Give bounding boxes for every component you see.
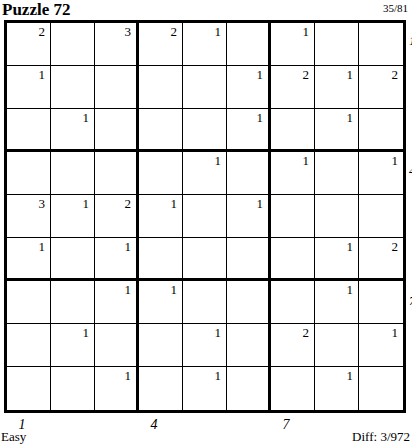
cell-r4c7[interactable]: 1 <box>271 152 315 195</box>
cell-r6c1[interactable]: 1 <box>7 238 51 281</box>
cell-r9c2[interactable] <box>51 367 95 410</box>
cell-r6c2[interactable] <box>51 238 95 281</box>
cell-r1c5[interactable]: 1 <box>183 23 227 66</box>
col-label-7: 7 <box>264 417 308 432</box>
cell-r5c1[interactable]: 3 <box>7 195 51 238</box>
cell-r3c1[interactable] <box>7 109 51 152</box>
cell-r8c3[interactable] <box>95 324 139 367</box>
cell-r7c9[interactable] <box>359 281 403 324</box>
cell-r7c7[interactable] <box>271 281 315 324</box>
cell-r9c3[interactable]: 1 <box>95 367 139 410</box>
diff-score-label: Diff: 3/972 <box>352 430 410 444</box>
cell-r2c6[interactable]: 1 <box>227 66 271 109</box>
cell-r6c7[interactable] <box>271 238 315 281</box>
cell-r1c9[interactable] <box>359 23 403 66</box>
cell-r9c8[interactable]: 1 <box>315 367 359 410</box>
cell-r3c5[interactable] <box>183 109 227 152</box>
cell-r9c5[interactable]: 1 <box>183 367 227 410</box>
cell-r7c1[interactable] <box>7 281 51 324</box>
cell-r9c7[interactable] <box>271 367 315 410</box>
cell-r7c3[interactable]: 1 <box>95 281 139 324</box>
cell-r4c5[interactable]: 1 <box>183 152 227 195</box>
cell-r5c7[interactable] <box>271 195 315 238</box>
cell-r1c7[interactable]: 1 <box>271 23 315 66</box>
cell-r4c4[interactable] <box>139 152 183 195</box>
cell-r8c4[interactable] <box>139 324 183 367</box>
cell-r8c2[interactable]: 1 <box>51 324 95 367</box>
cell-r2c7[interactable]: 2 <box>271 66 315 109</box>
cell-r1c2[interactable] <box>51 23 95 66</box>
cell-r3c4[interactable] <box>139 109 183 152</box>
cell-r7c2[interactable] <box>51 281 95 324</box>
cell-r8c5[interactable]: 1 <box>183 324 227 367</box>
cell-r1c6[interactable] <box>227 23 271 66</box>
cell-r3c9[interactable] <box>359 109 403 152</box>
sudoku-board: 23211112121111113121111121111121111 <box>4 20 406 413</box>
cell-r1c8[interactable] <box>315 23 359 66</box>
cell-r7c6[interactable] <box>227 281 271 324</box>
cell-r7c5[interactable] <box>183 281 227 324</box>
cell-r8c7[interactable]: 2 <box>271 324 315 367</box>
cell-r1c3[interactable]: 3 <box>95 23 139 66</box>
cell-r3c8[interactable]: 1 <box>315 109 359 152</box>
cell-r9c4[interactable] <box>139 367 183 410</box>
cell-r6c8[interactable]: 1 <box>315 238 359 281</box>
cell-r4c6[interactable] <box>227 152 271 195</box>
cell-r8c6[interactable] <box>227 324 271 367</box>
cell-r3c3[interactable] <box>95 109 139 152</box>
cell-r2c2[interactable] <box>51 66 95 109</box>
cell-r3c2[interactable]: 1 <box>51 109 95 152</box>
cell-r5c4[interactable]: 1 <box>139 195 183 238</box>
difficulty-label: Easy <box>1 430 26 444</box>
givens-count: 35/81 <box>383 2 408 14</box>
cell-r2c5[interactable] <box>183 66 227 109</box>
cell-r4c8[interactable] <box>315 152 359 195</box>
cell-r4c2[interactable] <box>51 152 95 195</box>
cell-r5c8[interactable] <box>315 195 359 238</box>
cell-r2c8[interactable]: 1 <box>315 66 359 109</box>
cell-r6c9[interactable]: 2 <box>359 238 403 281</box>
cell-r2c9[interactable]: 2 <box>359 66 403 109</box>
cell-r5c5[interactable] <box>183 195 227 238</box>
cell-r5c3[interactable]: 2 <box>95 195 139 238</box>
cell-r4c3[interactable] <box>95 152 139 195</box>
cell-r7c4[interactable]: 1 <box>139 281 183 324</box>
cell-r3c7[interactable] <box>271 109 315 152</box>
cell-r8c8[interactable] <box>315 324 359 367</box>
cell-r4c9[interactable]: 1 <box>359 152 403 195</box>
cell-r5c9[interactable] <box>359 195 403 238</box>
cell-r6c6[interactable] <box>227 238 271 281</box>
cell-r5c2[interactable]: 1 <box>51 195 95 238</box>
cell-r9c6[interactable] <box>227 367 271 410</box>
cell-r7c8[interactable]: 1 <box>315 281 359 324</box>
cell-r8c9[interactable]: 1 <box>359 324 403 367</box>
cell-r3c6[interactable]: 1 <box>227 109 271 152</box>
cell-r2c1[interactable]: 1 <box>7 66 51 109</box>
cell-r8c1[interactable] <box>7 324 51 367</box>
cell-r6c4[interactable] <box>139 238 183 281</box>
cell-r1c1[interactable]: 2 <box>7 23 51 66</box>
cell-r6c5[interactable] <box>183 238 227 281</box>
page-title: Puzzle 72 <box>2 0 70 19</box>
cell-r1c4[interactable]: 2 <box>139 23 183 66</box>
cell-r9c9[interactable] <box>359 367 403 410</box>
cell-r4c1[interactable] <box>7 152 51 195</box>
col-label-4: 4 <box>132 417 176 432</box>
cell-r6c3[interactable]: 1 <box>95 238 139 281</box>
cell-r2c3[interactable] <box>95 66 139 109</box>
cell-r5c6[interactable]: 1 <box>227 195 271 238</box>
cell-r9c1[interactable] <box>7 367 51 410</box>
cell-r2c4[interactable] <box>139 66 183 109</box>
